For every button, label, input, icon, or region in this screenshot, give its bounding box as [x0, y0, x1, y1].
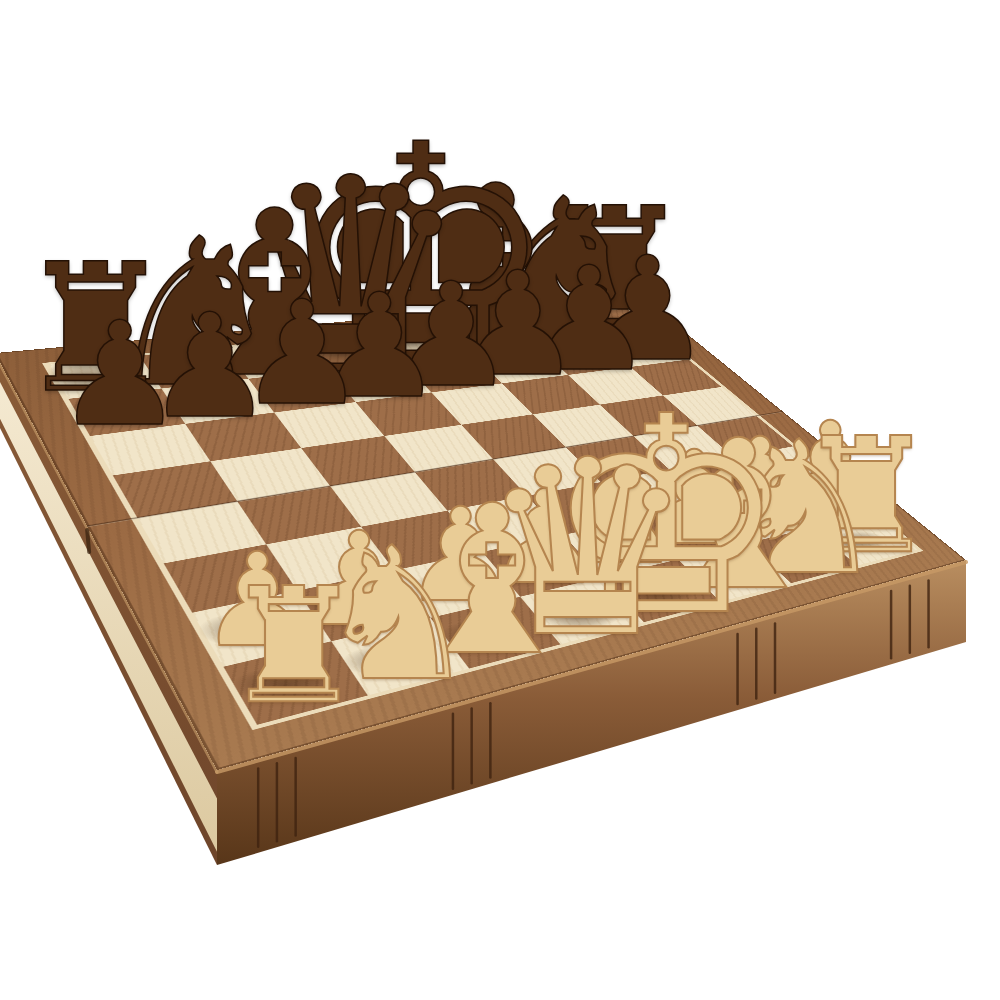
piece-black-pawn-a7[interactable]: ♟	[48, 303, 192, 447]
piece-white-rook-a1[interactable]: ♜	[214, 567, 373, 726]
chess-set-photo: ♜♞♝♛♚♝♞♜♟♟♟♟♟♟♟♟♟♟♟♟♟♟♟♟♜♞♝♛♚♝♞♜	[0, 0, 1000, 1000]
hinge-clasp-notch	[87, 530, 89, 552]
